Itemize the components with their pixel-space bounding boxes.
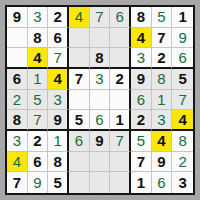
cell-r2c1[interactable]: [7, 28, 28, 49]
cell-r1c2[interactable]: 3: [28, 7, 49, 28]
cell-r9c2[interactable]: 9: [28, 172, 49, 193]
cell-r6c4[interactable]: 5: [69, 110, 90, 131]
cell-r3c9[interactable]: 6: [172, 48, 193, 69]
cell-r3c2[interactable]: 4: [28, 48, 49, 69]
cell-r5c3[interactable]: 3: [48, 90, 69, 111]
cell-r3c1[interactable]: [7, 48, 28, 69]
cell-r7c5[interactable]: 9: [90, 131, 111, 152]
cell-r2c8[interactable]: 7: [152, 28, 173, 49]
cell-r1c7[interactable]: 8: [131, 7, 152, 28]
cell-r3c3[interactable]: 7: [48, 48, 69, 69]
sudoku-board: 9324768518647947832661473298525361787956…: [5, 5, 195, 195]
cell-r1c5[interactable]: 7: [90, 7, 111, 28]
cell-r6c6[interactable]: 1: [110, 110, 131, 131]
cell-r7c7[interactable]: 5: [131, 131, 152, 152]
cell-r6c3[interactable]: 9: [48, 110, 69, 131]
cell-r2c9[interactable]: 9: [172, 28, 193, 49]
cell-r8c9[interactable]: 2: [172, 152, 193, 173]
cell-r5c5[interactable]: [90, 90, 111, 111]
cell-r9c9[interactable]: 3: [172, 172, 193, 193]
cell-r9c8[interactable]: 6: [152, 172, 173, 193]
cell-r7c3[interactable]: 1: [48, 131, 69, 152]
cell-r8c6[interactable]: [110, 152, 131, 173]
cell-r6c9[interactable]: 4: [172, 110, 193, 131]
cell-r2c7[interactable]: 4: [131, 28, 152, 49]
sudoku-app: { "game": "sudoku", "position": "9324768…: [0, 0, 200, 200]
cell-r4c2[interactable]: 1: [28, 69, 49, 90]
cell-r4c8[interactable]: 8: [152, 69, 173, 90]
cell-r6c2[interactable]: 7: [28, 110, 49, 131]
cell-r9c7[interactable]: 1: [131, 172, 152, 193]
cell-r8c4[interactable]: [69, 152, 90, 173]
cell-r2c2[interactable]: 8: [28, 28, 49, 49]
cell-r4c3[interactable]: 4: [48, 69, 69, 90]
cell-r5c9[interactable]: 7: [172, 90, 193, 111]
cell-r5c7[interactable]: 6: [131, 90, 152, 111]
cell-r5c6[interactable]: [110, 90, 131, 111]
cell-r1c6[interactable]: 6: [110, 7, 131, 28]
cell-r9c1[interactable]: 7: [7, 172, 28, 193]
cell-r9c6[interactable]: [110, 172, 131, 193]
cell-r3c7[interactable]: 3: [131, 48, 152, 69]
cell-r2c6[interactable]: [110, 28, 131, 49]
cell-r1c1[interactable]: 9: [7, 7, 28, 28]
cell-r5c4[interactable]: [69, 90, 90, 111]
cell-r1c9[interactable]: 1: [172, 7, 193, 28]
cell-r9c4[interactable]: [69, 172, 90, 193]
cell-r2c4[interactable]: [69, 28, 90, 49]
cell-r4c5[interactable]: 3: [90, 69, 111, 90]
cell-r7c4[interactable]: 6: [69, 131, 90, 152]
cell-r6c7[interactable]: 2: [131, 110, 152, 131]
cell-r9c3[interactable]: 5: [48, 172, 69, 193]
cell-r6c1[interactable]: 8: [7, 110, 28, 131]
cell-r1c8[interactable]: 5: [152, 7, 173, 28]
cell-r8c5[interactable]: [90, 152, 111, 173]
cell-r5c8[interactable]: 1: [152, 90, 173, 111]
cell-r4c1[interactable]: 6: [7, 69, 28, 90]
cell-r2c5[interactable]: [90, 28, 111, 49]
cell-r2c3[interactable]: 6: [48, 28, 69, 49]
cell-r7c1[interactable]: 3: [7, 131, 28, 152]
cell-r4c9[interactable]: 5: [172, 69, 193, 90]
cell-r3c6[interactable]: [110, 48, 131, 69]
cell-r7c9[interactable]: 8: [172, 131, 193, 152]
cell-r8c1[interactable]: 4: [7, 152, 28, 173]
cell-r4c4[interactable]: 7: [69, 69, 90, 90]
cell-r9c5[interactable]: [90, 172, 111, 193]
cell-r4c7[interactable]: 9: [131, 69, 152, 90]
cell-r7c2[interactable]: 2: [28, 131, 49, 152]
cell-r5c1[interactable]: 2: [7, 90, 28, 111]
cell-r6c8[interactable]: 3: [152, 110, 173, 131]
cell-r8c3[interactable]: 8: [48, 152, 69, 173]
cell-r7c6[interactable]: 7: [110, 131, 131, 152]
cell-r8c8[interactable]: 9: [152, 152, 173, 173]
cell-r8c2[interactable]: 6: [28, 152, 49, 173]
cell-r3c8[interactable]: 2: [152, 48, 173, 69]
cell-r7c8[interactable]: 4: [152, 131, 173, 152]
cell-r3c5[interactable]: 8: [90, 48, 111, 69]
cell-r3c4[interactable]: [69, 48, 90, 69]
cell-r4c6[interactable]: 2: [110, 69, 131, 90]
cell-r1c4[interactable]: 4: [69, 7, 90, 28]
cell-r6c5[interactable]: 6: [90, 110, 111, 131]
cell-r5c2[interactable]: 5: [28, 90, 49, 111]
cell-r8c7[interactable]: 7: [131, 152, 152, 173]
cell-r1c3[interactable]: 2: [48, 7, 69, 28]
